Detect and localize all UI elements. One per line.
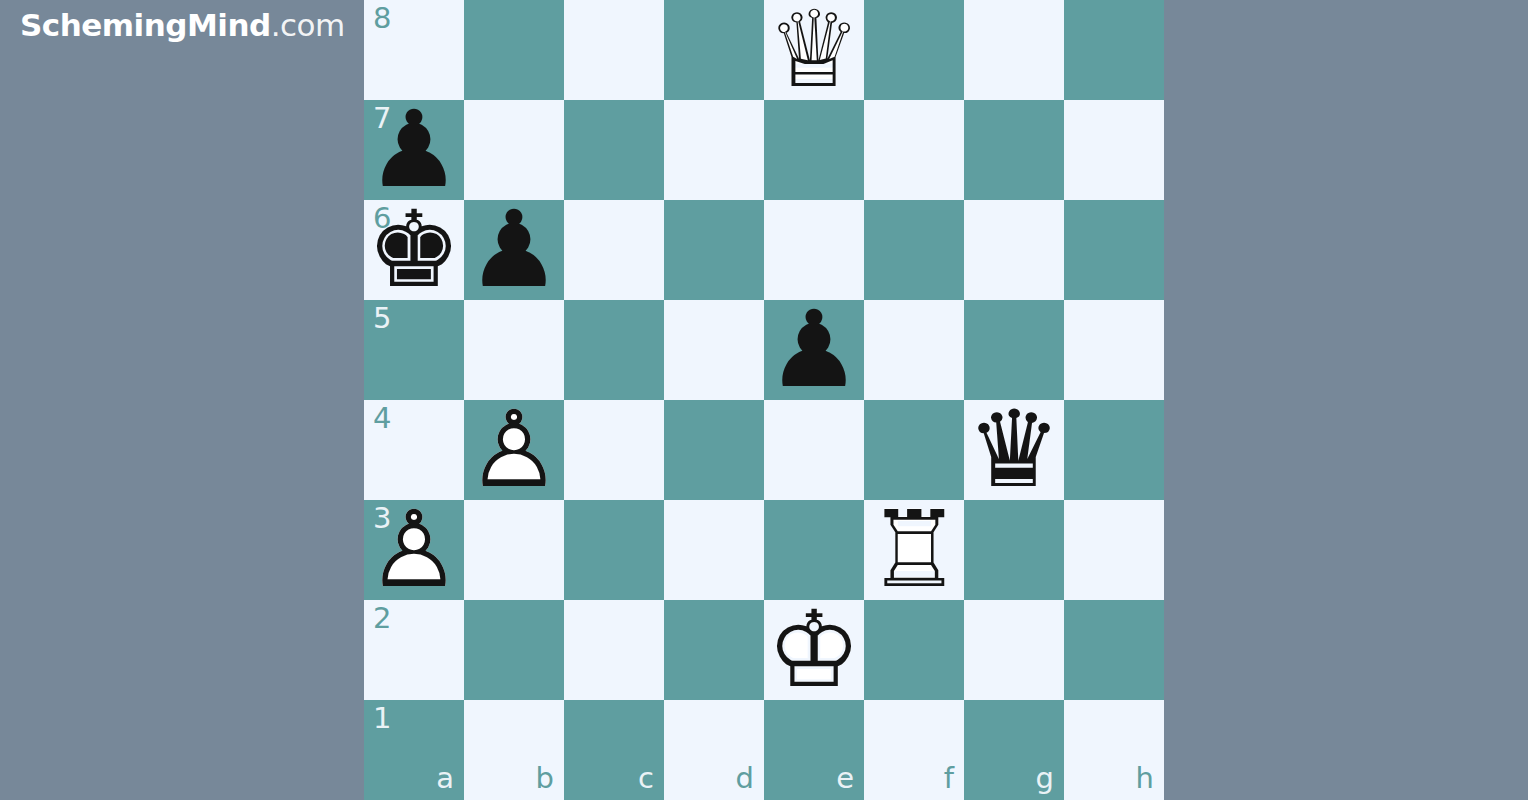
square-e4[interactable] [764,400,864,500]
square-b1[interactable]: b [464,700,564,800]
square-d1[interactable]: d [664,700,764,800]
black-pawn-solid: ♟ [464,200,564,300]
file-label-g: g [1036,764,1054,793]
white-queen-icon[interactable]: ♛♕ [764,0,864,100]
square-c6[interactable] [564,200,664,300]
black-queen-solid: ♛ [964,400,1064,500]
file-label-d: d [736,764,754,793]
square-d5[interactable] [664,300,764,400]
file-label-e: e [836,764,854,793]
black-pawn-solid: ♟ [364,100,464,200]
square-f8[interactable] [864,0,964,100]
square-c3[interactable] [564,500,664,600]
square-c8[interactable] [564,0,664,100]
square-h4[interactable] [1064,400,1164,500]
square-h6[interactable] [1064,200,1164,300]
square-e7[interactable] [764,100,864,200]
square-f6[interactable] [864,200,964,300]
file-label-h: h [1136,764,1154,793]
square-d6[interactable] [664,200,764,300]
white-rook-icon[interactable]: ♜♖ [864,500,964,600]
rank-label-1: 1 [373,704,391,733]
square-e1[interactable]: e [764,700,864,800]
file-label-b: b [536,764,554,793]
square-f5[interactable] [864,300,964,400]
square-h3[interactable] [1064,500,1164,600]
square-d7[interactable] [664,100,764,200]
square-g5[interactable] [964,300,1064,400]
square-a8[interactable]: 8 [364,0,464,100]
square-b6[interactable]: ♟ [464,200,564,300]
rank-label-5: 5 [373,304,391,333]
square-f2[interactable] [864,600,964,700]
square-f7[interactable] [864,100,964,200]
square-d2[interactable] [664,600,764,700]
white-pawn-outline: ♙ [464,400,564,500]
file-label-c: c [638,764,654,793]
black-pawn-solid: ♟ [764,300,864,400]
square-b4[interactable]: ♟♙ [464,400,564,500]
black-pawn-icon[interactable]: ♟ [364,100,464,200]
square-e6[interactable] [764,200,864,300]
square-h2[interactable] [1064,600,1164,700]
square-h8[interactable] [1064,0,1164,100]
site-logo-suffix: .com [271,7,345,43]
white-pawn-outline: ♙ [364,500,464,600]
black-king-icon[interactable]: ♚ [364,200,464,300]
square-g7[interactable] [964,100,1064,200]
square-d3[interactable] [664,500,764,600]
white-queen-outline: ♕ [764,0,864,100]
square-c2[interactable] [564,600,664,700]
square-g4[interactable]: ♛ [964,400,1064,500]
square-b7[interactable] [464,100,564,200]
square-h1[interactable]: h [1064,700,1164,800]
square-c4[interactable] [564,400,664,500]
black-queen-icon[interactable]: ♛ [964,400,1064,500]
file-label-a: a [436,764,454,793]
square-a7[interactable]: 7♟ [364,100,464,200]
square-f4[interactable] [864,400,964,500]
square-g8[interactable] [964,0,1064,100]
square-g3[interactable] [964,500,1064,600]
black-pawn-icon[interactable]: ♟ [764,300,864,400]
square-c7[interactable] [564,100,664,200]
square-d4[interactable] [664,400,764,500]
square-a4[interactable]: 4 [364,400,464,500]
square-h7[interactable] [1064,100,1164,200]
black-pawn-icon[interactable]: ♟ [464,200,564,300]
chess-board: 8♛♕7♟6♚♟5♟4♟♙♛3♟♙♜♖2♚♔1abcdefgh [364,0,1164,800]
square-g6[interactable] [964,200,1064,300]
site-logo-name: SchemingMind [20,7,271,43]
white-king-icon[interactable]: ♚♔ [764,600,864,700]
square-b3[interactable] [464,500,564,600]
square-a3[interactable]: 3♟♙ [364,500,464,600]
square-a5[interactable]: 5 [364,300,464,400]
white-rook-outline: ♖ [864,500,964,600]
square-h5[interactable] [1064,300,1164,400]
square-c1[interactable]: c [564,700,664,800]
square-e2[interactable]: ♚♔ [764,600,864,700]
square-g2[interactable] [964,600,1064,700]
square-f1[interactable]: f [864,700,964,800]
square-d8[interactable] [664,0,764,100]
square-a6[interactable]: 6♚ [364,200,464,300]
white-pawn-icon[interactable]: ♟♙ [364,500,464,600]
site-logo: SchemingMind.com [20,7,345,43]
square-e8[interactable]: ♛♕ [764,0,864,100]
square-a1[interactable]: 1a [364,700,464,800]
file-label-f: f [944,764,954,793]
white-pawn-icon[interactable]: ♟♙ [464,400,564,500]
square-b5[interactable] [464,300,564,400]
square-c5[interactable] [564,300,664,400]
black-king-solid: ♚ [364,200,464,300]
rank-label-4: 4 [373,404,391,433]
square-b8[interactable] [464,0,564,100]
square-f3[interactable]: ♜♖ [864,500,964,600]
rank-label-8: 8 [373,4,391,33]
rank-label-2: 2 [373,604,391,633]
square-e5[interactable]: ♟ [764,300,864,400]
square-e3[interactable] [764,500,864,600]
white-king-outline: ♔ [764,600,864,700]
square-a2[interactable]: 2 [364,600,464,700]
square-b2[interactable] [464,600,564,700]
square-g1[interactable]: g [964,700,1064,800]
